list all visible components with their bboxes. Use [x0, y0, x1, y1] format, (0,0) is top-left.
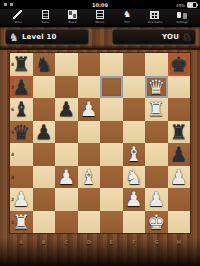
square-e1[interactable]	[100, 211, 123, 234]
square-h6[interactable]	[168, 98, 191, 121]
grid-icon	[150, 11, 159, 19]
two-pieces-icon	[177, 12, 181, 18]
toolbar-item-menu[interactable]: Menu	[7, 10, 29, 24]
white-rook: ♜	[147, 98, 165, 120]
battery-percent: 45%	[176, 3, 185, 8]
square-g1[interactable]: ♚	[145, 211, 168, 234]
square-f1[interactable]	[123, 211, 146, 234]
square-a1[interactable]: 1♜	[10, 211, 33, 234]
header-band: ♞ Level 10 YOU ♞	[0, 27, 200, 48]
square-f6[interactable]	[123, 98, 146, 121]
square-b5[interactable]: ♟	[33, 121, 56, 144]
square-b3[interactable]	[33, 166, 56, 189]
rank-label: 2	[11, 197, 14, 202]
square-h4[interactable]: ♟	[168, 143, 191, 166]
square-g3[interactable]	[145, 166, 168, 189]
toolbar-item-label: Settings	[177, 20, 188, 24]
square-c1[interactable]	[55, 211, 78, 234]
chess-app-screen: { "game": "chess", "status_bar": { "time…	[0, 0, 200, 266]
play-icon	[10, 3, 13, 6]
square-c7[interactable]	[55, 76, 78, 99]
square-h7[interactable]	[168, 76, 191, 99]
toolbar-item-settings[interactable]: Settings	[171, 10, 193, 24]
square-a3[interactable]: 3	[10, 166, 33, 189]
toolbar-item-label: Hint	[125, 20, 131, 24]
square-e3[interactable]	[100, 166, 123, 189]
list-icon	[96, 10, 104, 19]
toolbar-item-label: Menu	[14, 20, 21, 24]
file-label: B	[33, 238, 56, 247]
black-pawn: ♟	[170, 143, 188, 165]
square-b6[interactable]	[33, 98, 56, 121]
board-icon	[68, 10, 77, 19]
square-h1[interactable]	[168, 211, 191, 234]
toolbar-item-new-game[interactable]: New Game	[144, 10, 166, 24]
square-f3[interactable]: ♞	[123, 166, 146, 189]
file-label: C	[55, 238, 78, 247]
status-bar: 10:09 45%	[0, 0, 200, 9]
square-e8[interactable]	[100, 53, 123, 76]
rank-label: 3	[11, 174, 14, 179]
square-d8[interactable]	[78, 53, 101, 76]
black-pawn: ♟	[35, 121, 53, 143]
board-frame: 8♜♞♚7♟♛6♝♟♟♜5♛♟♜4♝♟3♟♝♞♟2♟♟♟1♜♚ ABCDEFGH	[0, 48, 200, 266]
square-h3[interactable]: ♟	[168, 166, 191, 189]
square-g2[interactable]: ♟	[145, 188, 168, 211]
square-g6[interactable]: ♜	[145, 98, 168, 121]
rank-label: 1	[11, 219, 14, 224]
file-label: F	[123, 238, 146, 247]
clock-time: 10:09	[92, 2, 108, 8]
white-pawn: ♟	[80, 98, 98, 120]
square-d6[interactable]: ♟	[78, 98, 101, 121]
toolbar-item-game[interactable]: Game	[34, 10, 56, 24]
white-bishop: ♝	[80, 166, 98, 188]
square-b2[interactable]	[33, 188, 56, 211]
file-labels: ABCDEFGH	[10, 238, 190, 247]
toolbar-item-label: Moves	[96, 20, 105, 24]
white-rook: ♜	[12, 211, 30, 233]
black-pawn: ♟	[57, 98, 75, 120]
toolbar-item-label: Board	[69, 20, 77, 24]
square-g4[interactable]	[145, 143, 168, 166]
white-king: ♚	[147, 211, 165, 233]
square-b8[interactable]: ♞	[33, 53, 56, 76]
rank-label: 4	[11, 152, 14, 157]
pen-icon	[13, 10, 22, 19]
toolbar: MenuGameBoardMoves♞HintNew GameSettings	[0, 9, 200, 26]
square-d1[interactable]	[78, 211, 101, 234]
square-c3[interactable]: ♟	[55, 166, 78, 189]
toolbar-item-moves[interactable]: Moves	[89, 10, 111, 24]
knight-icon: ♞	[123, 10, 131, 19]
square-d5[interactable]	[78, 121, 101, 144]
square-a7[interactable]: 7♟	[10, 76, 33, 99]
square-a8[interactable]: 8♜	[10, 53, 33, 76]
white-knight-icon: ♞	[9, 32, 19, 43]
square-c8[interactable]	[55, 53, 78, 76]
toolbar-item-label: Game	[41, 20, 49, 24]
black-queen: ♛	[12, 121, 30, 143]
document-icon	[42, 10, 49, 19]
square-a2[interactable]: 2♟	[10, 188, 33, 211]
rank-label: 7	[11, 84, 14, 89]
square-b4[interactable]	[33, 143, 56, 166]
file-label: E	[100, 238, 123, 247]
black-rook: ♜	[12, 53, 30, 75]
square-a5[interactable]: 5♛	[10, 121, 33, 144]
file-label: D	[78, 238, 101, 247]
square-g8[interactable]	[145, 53, 168, 76]
square-c2[interactable]	[55, 188, 78, 211]
square-a6[interactable]: 6♝	[10, 98, 33, 121]
toolbar-item-hint[interactable]: ♞Hint	[116, 10, 138, 24]
rank-label: 5	[11, 129, 14, 134]
black-pawn: ♟	[12, 76, 30, 98]
square-f2[interactable]: ♟	[123, 188, 146, 211]
square-b7[interactable]	[33, 76, 56, 99]
square-f7[interactable]	[123, 76, 146, 99]
square-d2[interactable]	[78, 188, 101, 211]
chess-board[interactable]: 8♜♞♚7♟♛6♝♟♟♜5♛♟♜4♝♟3♟♝♞♟2♟♟♟1♜♚	[10, 53, 190, 233]
white-knight: ♞	[125, 166, 143, 188]
signal-icon	[4, 3, 7, 6]
square-e4[interactable]	[100, 143, 123, 166]
engine-level-pill[interactable]: ♞ Level 10	[5, 29, 89, 45]
square-c4[interactable]	[55, 143, 78, 166]
rank-label: 6	[11, 107, 14, 112]
black-bishop: ♝	[12, 98, 30, 120]
square-e2[interactable]	[100, 188, 123, 211]
square-d4[interactable]	[78, 143, 101, 166]
square-a4[interactable]: 4	[10, 143, 33, 166]
file-label: H	[168, 238, 191, 247]
square-g7[interactable]: ♛	[145, 76, 168, 99]
square-d7[interactable]	[78, 76, 101, 99]
square-f4[interactable]: ♝	[123, 143, 146, 166]
white-queen: ♛	[147, 76, 165, 98]
square-d3[interactable]: ♝	[78, 166, 101, 189]
black-knight: ♞	[35, 53, 53, 75]
square-b1[interactable]	[33, 211, 56, 234]
square-h5[interactable]: ♜	[168, 121, 191, 144]
square-f5[interactable]	[123, 121, 146, 144]
black-king: ♚	[170, 53, 188, 75]
square-e6[interactable]	[100, 98, 123, 121]
square-e5[interactable]	[100, 121, 123, 144]
toolbar-item-label: New Game	[147, 20, 162, 24]
white-bishop: ♝	[125, 143, 143, 165]
square-c6[interactable]: ♟	[55, 98, 78, 121]
square-g5[interactable]	[145, 121, 168, 144]
white-pawn: ♟	[125, 188, 143, 210]
square-f8[interactable]	[123, 53, 146, 76]
square-e7[interactable]	[100, 76, 123, 99]
player-label: YOU	[162, 33, 179, 41]
black-knight-icon: ♞	[182, 32, 192, 43]
rank-label: 8	[11, 62, 14, 67]
black-rook: ♜	[170, 121, 188, 143]
white-pawn: ♟	[147, 188, 165, 210]
white-pawn: ♟	[57, 166, 75, 188]
white-pawn: ♟	[170, 166, 188, 188]
square-c5[interactable]	[55, 121, 78, 144]
engine-level-label: Level 10	[22, 33, 57, 41]
status-right-icons: 45%	[176, 2, 197, 8]
status-left-icons	[4, 3, 13, 6]
player-pill[interactable]: YOU ♞	[112, 29, 196, 45]
battery-icon	[187, 2, 197, 8]
file-label: G	[145, 238, 168, 247]
white-pawn: ♟	[12, 188, 30, 210]
square-h8[interactable]: ♚	[168, 53, 191, 76]
toolbar-item-board[interactable]: Board	[62, 10, 84, 24]
file-label: A	[10, 238, 33, 247]
square-h2[interactable]	[168, 188, 191, 211]
